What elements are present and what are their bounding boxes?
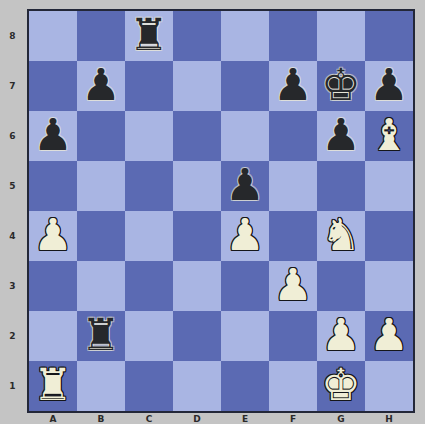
square-c2[interactable] [125,311,173,361]
square-d6[interactable] [173,111,221,161]
piece-black-pawn[interactable]: ♟ [273,60,312,110]
square-g8[interactable] [317,11,365,61]
piece-white-rook[interactable]: ♜ [33,360,72,410]
square-h5[interactable] [365,161,413,211]
piece-white-pawn[interactable]: ♟ [273,260,312,310]
piece-white-pawn[interactable]: ♟ [369,310,408,360]
rank-label-8: 8 [0,11,25,61]
square-b7[interactable]: ♟ [77,61,125,111]
square-g3[interactable] [317,261,365,311]
square-e5[interactable]: ♟ [221,161,269,211]
square-c7[interactable] [125,61,173,111]
square-a6[interactable]: ♟ [29,111,77,161]
square-a7[interactable] [29,61,77,111]
square-a3[interactable] [29,261,77,311]
file-label-d: D [173,413,221,424]
square-d5[interactable] [173,161,221,211]
file-label-a: A [29,413,77,424]
square-f6[interactable] [269,111,317,161]
piece-white-pawn[interactable]: ♟ [33,210,72,260]
piece-white-bishop[interactable]: ♝ [369,110,408,160]
square-g2[interactable]: ♟ [317,311,365,361]
square-b2[interactable]: ♜ [77,311,125,361]
square-e2[interactable] [221,311,269,361]
square-f4[interactable] [269,211,317,261]
square-d1[interactable] [173,361,221,411]
piece-black-pawn[interactable]: ♟ [81,60,120,110]
square-f2[interactable] [269,311,317,361]
piece-black-pawn[interactable]: ♟ [369,60,408,110]
square-h2[interactable]: ♟ [365,311,413,361]
piece-black-rook[interactable]: ♜ [129,10,168,60]
square-h4[interactable] [365,211,413,261]
piece-white-knight[interactable]: ♞ [321,210,360,260]
square-g5[interactable] [317,161,365,211]
square-a8[interactable] [29,11,77,61]
square-e6[interactable] [221,111,269,161]
piece-black-king[interactable]: ♚ [321,60,360,110]
square-h8[interactable] [365,11,413,61]
square-c4[interactable] [125,211,173,261]
file-label-e: E [221,413,269,424]
rank-label-1: 1 [0,361,25,411]
square-b3[interactable] [77,261,125,311]
piece-white-pawn[interactable]: ♟ [321,310,360,360]
square-b8[interactable] [77,11,125,61]
square-e7[interactable] [221,61,269,111]
square-c8[interactable]: ♜ [125,11,173,61]
square-b6[interactable] [77,111,125,161]
square-e4[interactable]: ♟ [221,211,269,261]
square-f8[interactable] [269,11,317,61]
rank-label-4: 4 [0,211,25,261]
square-f3[interactable]: ♟ [269,261,317,311]
file-label-b: B [77,413,125,424]
square-f5[interactable] [269,161,317,211]
square-d7[interactable] [173,61,221,111]
square-h7[interactable]: ♟ [365,61,413,111]
piece-black-rook[interactable]: ♜ [81,310,120,360]
piece-white-pawn[interactable]: ♟ [225,210,264,260]
square-h1[interactable] [365,361,413,411]
rank-label-2: 2 [0,311,25,361]
rank-label-5: 5 [0,161,25,211]
square-b4[interactable] [77,211,125,261]
piece-black-pawn[interactable]: ♟ [321,110,360,160]
chess-app-frame: ♜♟♟♚♟♟♟♝♟♟♟♞♟♜♟♟♜♚ 87654321 ABCDEFGH [0,0,425,424]
rank-label-6: 6 [0,111,25,161]
square-h6[interactable]: ♝ [365,111,413,161]
square-b1[interactable] [77,361,125,411]
piece-black-pawn[interactable]: ♟ [225,160,264,210]
square-g4[interactable]: ♞ [317,211,365,261]
piece-white-king[interactable]: ♚ [321,360,360,410]
chess-board: ♜♟♟♚♟♟♟♝♟♟♟♞♟♜♟♟♜♚ [27,9,415,413]
square-c6[interactable] [125,111,173,161]
square-d4[interactable] [173,211,221,261]
file-label-h: H [365,413,413,424]
square-g7[interactable]: ♚ [317,61,365,111]
file-label-f: F [269,413,317,424]
square-d2[interactable] [173,311,221,361]
square-b5[interactable] [77,161,125,211]
rank-label-7: 7 [0,61,25,111]
square-e8[interactable] [221,11,269,61]
square-c3[interactable] [125,261,173,311]
file-label-c: C [125,413,173,424]
square-g1[interactable]: ♚ [317,361,365,411]
square-h3[interactable] [365,261,413,311]
square-e3[interactable] [221,261,269,311]
square-g6[interactable]: ♟ [317,111,365,161]
file-label-g: G [317,413,365,424]
square-d8[interactable] [173,11,221,61]
square-a1[interactable]: ♜ [29,361,77,411]
square-a2[interactable] [29,311,77,361]
square-a4[interactable]: ♟ [29,211,77,261]
square-c1[interactable] [125,361,173,411]
square-f7[interactable]: ♟ [269,61,317,111]
square-c5[interactable] [125,161,173,211]
rank-label-3: 3 [0,261,25,311]
piece-black-pawn[interactable]: ♟ [33,110,72,160]
square-d3[interactable] [173,261,221,311]
square-f1[interactable] [269,361,317,411]
square-a5[interactable] [29,161,77,211]
square-e1[interactable] [221,361,269,411]
